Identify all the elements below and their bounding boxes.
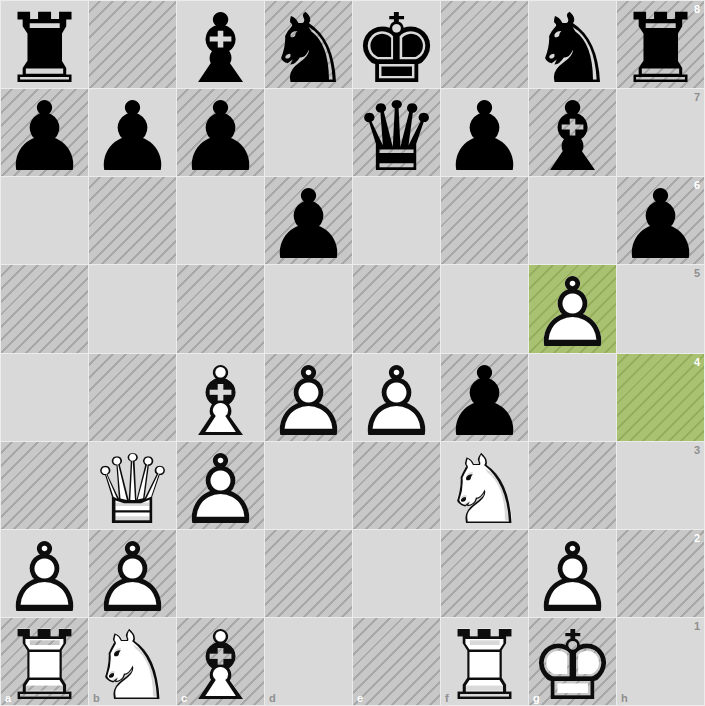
- piece-black-pawn-icon[interactable]: ♟: [265, 177, 352, 264]
- rank-label: 3: [694, 444, 700, 456]
- piece-black-bishop-icon[interactable]: ♝: [529, 89, 616, 176]
- piece-black-rook-icon[interactable]: ♜: [617, 1, 704, 88]
- square-g1[interactable]: g♚♔: [529, 618, 616, 705]
- square-c3[interactable]: ♟♙: [177, 442, 264, 529]
- square-a3[interactable]: [1, 442, 88, 529]
- square-c4[interactable]: ♝♗: [177, 354, 264, 441]
- rank-label: 7: [694, 91, 700, 103]
- square-h2[interactable]: 2: [617, 530, 704, 617]
- square-h6[interactable]: 6♟: [617, 177, 704, 264]
- piece-white-rook-icon[interactable]: ♜♖: [1, 618, 88, 705]
- piece-white-king-icon[interactable]: ♚♔: [529, 618, 616, 705]
- square-a5[interactable]: [1, 265, 88, 352]
- square-b1[interactable]: b♞♘: [89, 618, 176, 705]
- square-d8[interactable]: ♞: [265, 1, 352, 88]
- square-f6[interactable]: [441, 177, 528, 264]
- square-e5[interactable]: [353, 265, 440, 352]
- square-f1[interactable]: f♜♖: [441, 618, 528, 705]
- square-f2[interactable]: [441, 530, 528, 617]
- square-g7[interactable]: ♝: [529, 89, 616, 176]
- rank-label: 1: [694, 620, 700, 632]
- piece-white-bishop-icon[interactable]: ♝♗: [177, 618, 264, 705]
- square-g3[interactable]: [529, 442, 616, 529]
- piece-black-pawn-icon[interactable]: ♟: [441, 354, 528, 441]
- piece-black-knight-icon[interactable]: ♞: [265, 1, 352, 88]
- square-b7[interactable]: ♟: [89, 89, 176, 176]
- piece-white-bishop-icon[interactable]: ♝♗: [177, 354, 264, 441]
- square-d3[interactable]: [265, 442, 352, 529]
- square-d4[interactable]: ♟♙: [265, 354, 352, 441]
- piece-black-rook-icon[interactable]: ♜: [1, 1, 88, 88]
- file-label: e: [357, 692, 363, 704]
- piece-white-pawn-icon[interactable]: ♟♙: [353, 354, 440, 441]
- square-b5[interactable]: [89, 265, 176, 352]
- square-d7[interactable]: [265, 89, 352, 176]
- square-d1[interactable]: d: [265, 618, 352, 705]
- square-g2[interactable]: ♟♙: [529, 530, 616, 617]
- square-e4[interactable]: ♟♙: [353, 354, 440, 441]
- square-e8[interactable]: ♚: [353, 1, 440, 88]
- square-c5[interactable]: [177, 265, 264, 352]
- square-a8[interactable]: ♜: [1, 1, 88, 88]
- square-g6[interactable]: [529, 177, 616, 264]
- square-e3[interactable]: [353, 442, 440, 529]
- square-b6[interactable]: [89, 177, 176, 264]
- piece-white-pawn-icon[interactable]: ♟♙: [529, 265, 616, 352]
- square-h4[interactable]: 4: [617, 354, 704, 441]
- square-h8[interactable]: 8♜: [617, 1, 704, 88]
- piece-white-pawn-icon[interactable]: ♟♙: [265, 354, 352, 441]
- square-f8[interactable]: [441, 1, 528, 88]
- square-e6[interactable]: [353, 177, 440, 264]
- square-e2[interactable]: [353, 530, 440, 617]
- piece-white-rook-icon[interactable]: ♜♖: [441, 618, 528, 705]
- square-c7[interactable]: ♟: [177, 89, 264, 176]
- piece-white-knight-icon[interactable]: ♞♘: [441, 442, 528, 529]
- square-f5[interactable]: [441, 265, 528, 352]
- square-b3[interactable]: ♛♕: [89, 442, 176, 529]
- square-a1[interactable]: a♜♖: [1, 618, 88, 705]
- square-h3[interactable]: 3: [617, 442, 704, 529]
- square-a2[interactable]: ♟♙: [1, 530, 88, 617]
- rank-label: 2: [694, 532, 700, 544]
- square-f7[interactable]: ♟: [441, 89, 528, 176]
- piece-white-pawn-icon[interactable]: ♟♙: [89, 530, 176, 617]
- piece-black-queen-icon[interactable]: ♛: [353, 89, 440, 176]
- piece-black-pawn-icon[interactable]: ♟: [617, 177, 704, 264]
- square-e7[interactable]: ♛: [353, 89, 440, 176]
- piece-black-pawn-icon[interactable]: ♟: [441, 89, 528, 176]
- square-d5[interactable]: [265, 265, 352, 352]
- square-f4[interactable]: ♟: [441, 354, 528, 441]
- rank-label: 5: [694, 267, 700, 279]
- piece-black-pawn-icon[interactable]: ♟: [89, 89, 176, 176]
- square-a4[interactable]: [1, 354, 88, 441]
- file-label: d: [269, 692, 276, 704]
- piece-white-pawn-icon[interactable]: ♟♙: [1, 530, 88, 617]
- square-g5[interactable]: ♟♙: [529, 265, 616, 352]
- piece-black-king-icon[interactable]: ♚: [353, 1, 440, 88]
- piece-white-knight-icon[interactable]: ♞♘: [89, 618, 176, 705]
- square-g8[interactable]: ♞: [529, 1, 616, 88]
- piece-white-pawn-icon[interactable]: ♟♙: [177, 442, 264, 529]
- piece-white-queen-icon[interactable]: ♛♕: [89, 442, 176, 529]
- piece-black-pawn-icon[interactable]: ♟: [177, 89, 264, 176]
- piece-black-knight-icon[interactable]: ♞: [529, 1, 616, 88]
- square-b4[interactable]: [89, 354, 176, 441]
- square-b8[interactable]: [89, 1, 176, 88]
- square-f3[interactable]: ♞♘: [441, 442, 528, 529]
- piece-black-bishop-icon[interactable]: ♝: [177, 1, 264, 88]
- square-d6[interactable]: ♟: [265, 177, 352, 264]
- rank-label: 4: [694, 356, 700, 368]
- file-label: h: [621, 692, 628, 704]
- square-h7[interactable]: 7: [617, 89, 704, 176]
- piece-black-pawn-icon[interactable]: ♟: [1, 89, 88, 176]
- chess-board: ♜♝♞♚♞8♜♟♟♟♛♟♝7♟6♟♟♙5♝♗♟♙♟♙♟4♛♕♟♙♞♘3♟♙♟♙♟…: [0, 0, 705, 706]
- square-b2[interactable]: ♟♙: [89, 530, 176, 617]
- square-g4[interactable]: [529, 354, 616, 441]
- square-h1[interactable]: 1h: [617, 618, 704, 705]
- square-h5[interactable]: 5: [617, 265, 704, 352]
- square-a6[interactable]: [1, 177, 88, 264]
- piece-white-pawn-icon[interactable]: ♟♙: [529, 530, 616, 617]
- square-c8[interactable]: ♝: [177, 1, 264, 88]
- square-d2[interactable]: [265, 530, 352, 617]
- square-c2[interactable]: [177, 530, 264, 617]
- square-a7[interactable]: ♟: [1, 89, 88, 176]
- square-c6[interactable]: [177, 177, 264, 264]
- square-e1[interactable]: e: [353, 618, 440, 705]
- square-c1[interactable]: c♝♗: [177, 618, 264, 705]
